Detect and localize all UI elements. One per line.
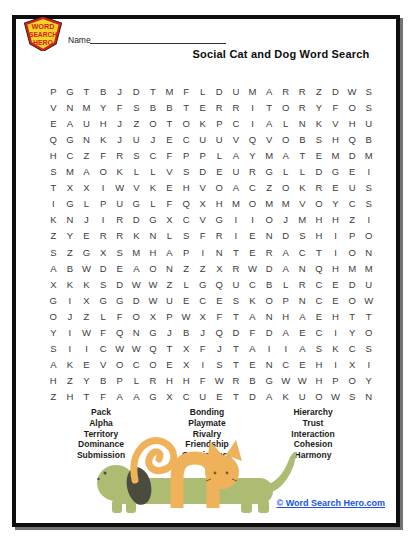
grid-cell: Z bbox=[344, 212, 361, 228]
grid-cell: Y bbox=[95, 99, 112, 115]
grid-cell: E bbox=[294, 357, 311, 373]
grid-cell: E bbox=[45, 115, 62, 131]
grid-cell: B bbox=[244, 373, 261, 389]
word-search-hero-link[interactable]: © Word Search Hero.com bbox=[277, 498, 386, 508]
grid-cell: H bbox=[311, 373, 328, 389]
grid-cell: Q bbox=[344, 131, 361, 147]
grid-cell: R bbox=[211, 228, 228, 244]
grid-cell: J bbox=[111, 131, 128, 147]
grid-cell: M bbox=[360, 147, 377, 163]
grid-cell: A bbox=[45, 260, 62, 276]
grid-cell: K bbox=[111, 164, 128, 180]
grid-cell: W bbox=[128, 341, 145, 357]
grid-cell: B bbox=[95, 373, 112, 389]
grid-cell: R bbox=[111, 212, 128, 228]
grid-cell: H bbox=[178, 180, 195, 196]
grid-cell: D bbox=[228, 325, 245, 341]
grid-cell: F bbox=[95, 325, 112, 341]
grid-cell: M bbox=[327, 147, 344, 163]
grid-cell: P bbox=[178, 244, 195, 260]
cat-head bbox=[205, 455, 239, 489]
grid-cell: R bbox=[261, 244, 278, 260]
grid-cell: E bbox=[111, 260, 128, 276]
grid-cell: H bbox=[95, 115, 112, 131]
grid-cell: D bbox=[194, 164, 211, 180]
grid-cell: S bbox=[360, 341, 377, 357]
grid-cell: Z bbox=[45, 389, 62, 405]
grid-cell: G bbox=[128, 196, 145, 212]
cat-eye-left bbox=[214, 472, 217, 475]
grid-cell: T bbox=[360, 308, 377, 324]
grid-cell: E bbox=[178, 292, 195, 308]
grid-cell: O bbox=[344, 373, 361, 389]
grid-cell: J bbox=[145, 131, 162, 147]
grid-cell: C bbox=[95, 341, 112, 357]
grid-cell: O bbox=[261, 212, 278, 228]
grid-cell: T bbox=[178, 99, 195, 115]
grid-cell: H bbox=[45, 147, 62, 163]
grid-cell: Z bbox=[45, 228, 62, 244]
grid-cell: C bbox=[344, 341, 361, 357]
grid-cell: F bbox=[161, 147, 178, 163]
grid-cell: P bbox=[211, 115, 228, 131]
grid-cell: G bbox=[95, 292, 112, 308]
grid-cell: U bbox=[111, 196, 128, 212]
grid-cell: B bbox=[95, 83, 112, 99]
grid-cell: M bbox=[261, 196, 278, 212]
grid-cell: W bbox=[294, 373, 311, 389]
grid-cell: G bbox=[62, 131, 79, 147]
grid-cell: U bbox=[228, 164, 245, 180]
grid-cell: E bbox=[161, 180, 178, 196]
grid-cell: I bbox=[62, 341, 79, 357]
grid-cell: L bbox=[194, 83, 211, 99]
grid-cell: H bbox=[327, 308, 344, 324]
grid-cell: X bbox=[161, 212, 178, 228]
grid-cell: T bbox=[145, 83, 162, 99]
grid-cell: V bbox=[327, 115, 344, 131]
word-list-item: Bonding bbox=[152, 407, 262, 418]
grid-cell: X bbox=[194, 308, 211, 324]
grid-cell: C bbox=[244, 276, 261, 292]
grid-cell: N bbox=[145, 228, 162, 244]
grid-cell: J bbox=[78, 212, 95, 228]
grid-cell: G bbox=[145, 325, 162, 341]
grid-cell: R bbox=[244, 164, 261, 180]
grid-cell: Z bbox=[62, 244, 79, 260]
grid-cell: S bbox=[228, 292, 245, 308]
grid-cell: B bbox=[294, 131, 311, 147]
grid-cell: F bbox=[111, 308, 128, 324]
grid-cell: S bbox=[344, 389, 361, 405]
grid-cell: W bbox=[78, 325, 95, 341]
grid-cell: D bbox=[128, 83, 145, 99]
grid-cell: Y bbox=[344, 325, 361, 341]
grid-cell: H bbox=[327, 212, 344, 228]
grid-cell: S bbox=[311, 341, 328, 357]
grid-cell: A bbox=[62, 115, 79, 131]
grid-cell: P bbox=[344, 228, 361, 244]
grid-cell: F bbox=[244, 325, 261, 341]
grid-cell: X bbox=[161, 389, 178, 405]
grid-cell: N bbox=[211, 244, 228, 260]
grid-cell: Z bbox=[194, 260, 211, 276]
grid-cell: O bbox=[360, 325, 377, 341]
grid-cell: I bbox=[228, 212, 245, 228]
grid-cell: S bbox=[178, 228, 195, 244]
grid-cell: E bbox=[311, 308, 328, 324]
grid-cell: P bbox=[194, 147, 211, 163]
grid-cell: H bbox=[178, 373, 195, 389]
grid-cell: C bbox=[277, 357, 294, 373]
grid-cell: F bbox=[161, 196, 178, 212]
logo-line-3: HERO bbox=[33, 38, 53, 47]
grid-cell: N bbox=[128, 325, 145, 341]
grid-cell: C bbox=[311, 325, 328, 341]
grid-cell: H bbox=[211, 196, 228, 212]
grid-cell: O bbox=[344, 292, 361, 308]
grid-cell: T bbox=[344, 308, 361, 324]
grid-cell: W bbox=[178, 308, 195, 324]
grid-cell: W bbox=[327, 389, 344, 405]
grid-cell: L bbox=[95, 308, 112, 324]
grid-cell: M bbox=[62, 164, 79, 180]
grid-cell: O bbox=[344, 99, 361, 115]
grid-cell: U bbox=[161, 292, 178, 308]
grid-cell: A bbox=[261, 115, 278, 131]
grid-cell: I bbox=[261, 341, 278, 357]
grid-cell: J bbox=[111, 83, 128, 99]
grid-cell: A bbox=[161, 244, 178, 260]
grid-cell: P bbox=[327, 373, 344, 389]
grid-cell: M bbox=[78, 99, 95, 115]
grid-cell: C bbox=[62, 147, 79, 163]
grid-cell: K bbox=[45, 212, 62, 228]
word-list-item: Playmate bbox=[152, 418, 262, 429]
grid-cell: M bbox=[277, 196, 294, 212]
grid-cell: A bbox=[294, 308, 311, 324]
grid-cell: L bbox=[145, 196, 162, 212]
grid-cell: W bbox=[211, 373, 228, 389]
grid-cell: I bbox=[327, 228, 344, 244]
grid-cell: J bbox=[194, 325, 211, 341]
grid-cell: K bbox=[95, 131, 112, 147]
grid-cell: S bbox=[95, 276, 112, 292]
grid-cell: B bbox=[261, 276, 278, 292]
grid-cell: J bbox=[161, 325, 178, 341]
grid-cell: S bbox=[128, 99, 145, 115]
grid-cell: F bbox=[178, 83, 195, 99]
grid-cell: R bbox=[145, 373, 162, 389]
grid-cell: N bbox=[294, 292, 311, 308]
grid-cell: X bbox=[178, 357, 195, 373]
grid-cell: A bbox=[294, 341, 311, 357]
grid-cell: K bbox=[128, 228, 145, 244]
grid-cell: R bbox=[111, 147, 128, 163]
grid-cell: G bbox=[111, 292, 128, 308]
grid-cell: N bbox=[360, 389, 377, 405]
grid-cell: O bbox=[344, 244, 361, 260]
grid-cell: C bbox=[244, 180, 261, 196]
grid-cell: E bbox=[78, 357, 95, 373]
grid-cell: D bbox=[344, 147, 361, 163]
grid-cell: I bbox=[244, 99, 261, 115]
grid-cell: V bbox=[294, 196, 311, 212]
grid-cell: U bbox=[360, 115, 377, 131]
grid-cell: V bbox=[128, 180, 145, 196]
grid-cell: P bbox=[95, 196, 112, 212]
word-list-item: Hierarchy bbox=[258, 407, 368, 418]
grid-cell: L bbox=[277, 164, 294, 180]
grid-cell: S bbox=[45, 341, 62, 357]
grid-cell: U bbox=[344, 180, 361, 196]
grid-cell: O bbox=[277, 99, 294, 115]
grid-cell: N bbox=[62, 212, 79, 228]
letter-grid: PGTBJDTMFLDUMARRZDWSVNMYFSBBTERRITORYFOS… bbox=[45, 83, 377, 405]
grid-cell: T bbox=[161, 341, 178, 357]
grid-cell: D bbox=[261, 260, 278, 276]
grid-cell: S bbox=[211, 357, 228, 373]
grid-cell: O bbox=[311, 196, 328, 212]
grid-cell: I bbox=[360, 357, 377, 373]
grid-cell: N bbox=[294, 115, 311, 131]
grid-cell: I bbox=[360, 212, 377, 228]
grid-cell: M bbox=[161, 83, 178, 99]
grid-cell: O bbox=[360, 228, 377, 244]
grid-cell: T bbox=[228, 341, 245, 357]
grid-cell: O bbox=[145, 357, 162, 373]
grid-cell: A bbox=[111, 389, 128, 405]
grid-cell: E bbox=[311, 147, 328, 163]
grid-cell: T bbox=[261, 99, 278, 115]
grid-cell: Q bbox=[178, 196, 195, 212]
grid-cell: Z bbox=[62, 373, 79, 389]
grid-cell: U bbox=[194, 131, 211, 147]
grid-cell: L bbox=[211, 147, 228, 163]
grid-cell: O bbox=[145, 115, 162, 131]
grid-cell: M bbox=[360, 260, 377, 276]
grid-cell: C bbox=[178, 131, 195, 147]
grid-cell: A bbox=[228, 180, 245, 196]
grid-cell: T bbox=[228, 389, 245, 405]
grid-cell: B bbox=[62, 260, 79, 276]
grid-cell: R bbox=[228, 260, 245, 276]
grid-cell: V bbox=[228, 131, 245, 147]
grid-cell: J bbox=[62, 308, 79, 324]
grid-cell: I bbox=[327, 357, 344, 373]
grid-cell: H bbox=[344, 115, 361, 131]
grid-cell: F bbox=[194, 373, 211, 389]
grid-cell: I bbox=[277, 341, 294, 357]
grid-cell: B bbox=[360, 131, 377, 147]
word-list-item: Trust bbox=[258, 418, 368, 429]
grid-cell: Q bbox=[244, 131, 261, 147]
grid-cell: J bbox=[111, 115, 128, 131]
grid-cell: K bbox=[294, 180, 311, 196]
grid-cell: G bbox=[45, 292, 62, 308]
grid-cell: X bbox=[62, 180, 79, 196]
grid-cell: T bbox=[161, 115, 178, 131]
grid-cell: C bbox=[194, 292, 211, 308]
grid-cell: B bbox=[178, 325, 195, 341]
grid-cell: Y bbox=[78, 373, 95, 389]
grid-cell: E bbox=[78, 228, 95, 244]
grid-cell: X bbox=[211, 260, 228, 276]
grid-cell: T bbox=[45, 180, 62, 196]
grid-cell: G bbox=[145, 389, 162, 405]
grid-cell: F bbox=[111, 99, 128, 115]
grid-cell: U bbox=[228, 276, 245, 292]
grid-cell: Y bbox=[311, 99, 328, 115]
grid-cell: T bbox=[78, 389, 95, 405]
grid-cell: U bbox=[294, 389, 311, 405]
grid-cell: G bbox=[261, 373, 278, 389]
grid-cell: N bbox=[261, 308, 278, 324]
grid-cell: N bbox=[261, 228, 278, 244]
word-search-hero-logo: WORD SEARCH HERO bbox=[24, 17, 62, 51]
grid-cell: L bbox=[277, 276, 294, 292]
grid-cell: E bbox=[161, 131, 178, 147]
grid-cell: I bbox=[194, 244, 211, 260]
grid-cell: X bbox=[45, 276, 62, 292]
grid-cell: D bbox=[244, 389, 261, 405]
grid-cell: I bbox=[228, 228, 245, 244]
grid-cell: I bbox=[95, 212, 112, 228]
grid-cell: M bbox=[261, 147, 278, 163]
grid-cell: Y bbox=[360, 373, 377, 389]
grid-cell: H bbox=[327, 260, 344, 276]
grid-cell: K bbox=[62, 357, 79, 373]
grid-cell: S bbox=[128, 147, 145, 163]
grid-cell: O bbox=[145, 260, 162, 276]
grid-cell: Z bbox=[78, 147, 95, 163]
worksheet-frame: WORD SEARCH HERO Name Social Cat and Dog… bbox=[12, 15, 400, 527]
grid-cell: G bbox=[194, 276, 211, 292]
grid-cell: E bbox=[244, 244, 261, 260]
grid-cell: T bbox=[294, 147, 311, 163]
grid-cell: U bbox=[78, 115, 95, 131]
grid-cell: E bbox=[244, 357, 261, 373]
grid-cell: J bbox=[211, 341, 228, 357]
grid-cell: L bbox=[178, 276, 195, 292]
grid-cell: C bbox=[128, 357, 145, 373]
grid-cell: W bbox=[145, 276, 162, 292]
grid-cell: X bbox=[178, 341, 195, 357]
word-list-item: Pack bbox=[46, 407, 156, 418]
grid-cell: O bbox=[111, 357, 128, 373]
grid-cell: R bbox=[311, 180, 328, 196]
grid-cell: Z bbox=[261, 180, 278, 196]
grid-cell: K bbox=[244, 292, 261, 308]
grid-cell: H bbox=[311, 357, 328, 373]
page-title: Social Cat and Dog Word Search bbox=[188, 48, 374, 60]
grid-cell: F bbox=[327, 99, 344, 115]
grid-cell: Z bbox=[311, 83, 328, 99]
grid-cell: E bbox=[244, 228, 261, 244]
dog-eye bbox=[104, 472, 107, 475]
grid-cell: M bbox=[294, 212, 311, 228]
grid-cell: B bbox=[145, 99, 162, 115]
grid-cell: O bbox=[277, 180, 294, 196]
grid-cell: V bbox=[95, 357, 112, 373]
grid-cell: M bbox=[244, 83, 261, 99]
grid-cell: Y bbox=[244, 147, 261, 163]
grid-cell: X bbox=[344, 357, 361, 373]
grid-cell: T bbox=[228, 357, 245, 373]
grid-cell: Q bbox=[311, 260, 328, 276]
grid-cell: L bbox=[145, 164, 162, 180]
grid-cell: N bbox=[78, 131, 95, 147]
grid-cell: Z bbox=[178, 260, 195, 276]
grid-cell: D bbox=[128, 212, 145, 228]
grid-cell: T bbox=[78, 83, 95, 99]
grid-cell: D bbox=[111, 276, 128, 292]
grid-cell: W bbox=[344, 83, 361, 99]
grid-cell: S bbox=[360, 99, 377, 115]
grid-cell: O bbox=[277, 131, 294, 147]
grid-cell: X bbox=[145, 308, 162, 324]
grid-cell: G bbox=[261, 164, 278, 180]
grid-cell: T bbox=[311, 244, 328, 260]
grid-cell: C bbox=[178, 389, 195, 405]
grid-cell: K bbox=[311, 115, 328, 131]
grid-cell: W bbox=[128, 276, 145, 292]
grid-cell: S bbox=[360, 180, 377, 196]
grid-cell: V bbox=[45, 99, 62, 115]
grid-cell: W bbox=[145, 292, 162, 308]
grid-cell: X bbox=[194, 196, 211, 212]
grid-cell: Q bbox=[211, 276, 228, 292]
grid-cell: A bbox=[277, 325, 294, 341]
grid-cell: O bbox=[95, 164, 112, 180]
grid-cell: I bbox=[194, 357, 211, 373]
grid-cell: P bbox=[45, 83, 62, 99]
grid-cell: V bbox=[194, 212, 211, 228]
grid-cell: X bbox=[78, 180, 95, 196]
grid-cell: L bbox=[128, 164, 145, 180]
grid-cell: X bbox=[78, 292, 95, 308]
grid-cell: S bbox=[360, 83, 377, 99]
grid-cell: R bbox=[211, 99, 228, 115]
grid-cell: H bbox=[45, 373, 62, 389]
grid-cell: E bbox=[211, 389, 228, 405]
grid-cell: R bbox=[277, 83, 294, 99]
grid-cell: Y bbox=[45, 325, 62, 341]
grid-cell: A bbox=[78, 164, 95, 180]
grid-cell: X bbox=[95, 244, 112, 260]
grid-cell: C bbox=[294, 244, 311, 260]
grid-cell: R bbox=[294, 83, 311, 99]
grid-cell: A bbox=[45, 357, 62, 373]
grid-cell: P bbox=[178, 147, 195, 163]
grid-cell: A bbox=[277, 147, 294, 163]
grid-cell: K bbox=[78, 276, 95, 292]
grid-cell: E bbox=[294, 325, 311, 341]
grid-cell: M bbox=[128, 244, 145, 260]
name-label: Name bbox=[68, 35, 91, 45]
cat-on-dog-illustration bbox=[95, 428, 305, 515]
grid-cell: L bbox=[78, 196, 95, 212]
grid-cell: R bbox=[95, 228, 112, 244]
grid-cell: E bbox=[211, 292, 228, 308]
grid-cell: A bbox=[228, 147, 245, 163]
grid-cell: L bbox=[277, 115, 294, 131]
grid-cell: F bbox=[95, 389, 112, 405]
grid-cell: H bbox=[311, 212, 328, 228]
grid-cell: W bbox=[360, 292, 377, 308]
grid-cell: G bbox=[78, 244, 95, 260]
grid-cell: C bbox=[178, 212, 195, 228]
